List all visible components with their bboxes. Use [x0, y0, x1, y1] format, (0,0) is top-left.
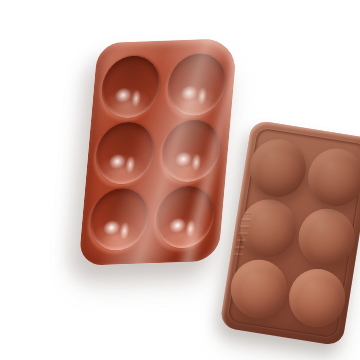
cavity-row2-col2 — [159, 119, 222, 183]
cavity-row3-col1 — [88, 187, 151, 251]
dome-grid — [219, 120, 360, 347]
dome-row1-col1 — [245, 135, 309, 201]
dome-row2-col2 — [294, 205, 358, 271]
cavity-row3-col2 — [153, 185, 216, 249]
cavity-row2-col1 — [93, 121, 156, 185]
product-photo: Product photo of two terracotta-colored … — [40, 16, 320, 344]
dome-row1-col2 — [303, 144, 360, 210]
dome-row3-col1 — [226, 256, 290, 322]
cavity-row1-col2 — [165, 52, 228, 116]
cavity-row1-col1 — [99, 55, 162, 119]
silicone-mold-cavity-side — [78, 38, 237, 266]
cavity-grid — [78, 38, 237, 266]
silicone-mold-back-side — [219, 120, 360, 347]
dome-row3-col2 — [284, 265, 348, 331]
dome-row2-col1 — [236, 195, 300, 261]
